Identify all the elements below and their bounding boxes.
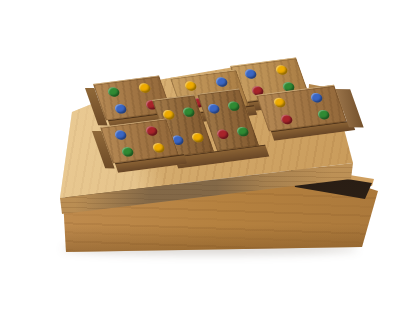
domino-dot-green	[181, 107, 195, 118]
domino-dot-blue	[113, 103, 127, 114]
domino-dot-green	[120, 146, 134, 157]
domino-dot-yellow	[138, 83, 152, 94]
domino-dot-blue	[215, 77, 229, 88]
domino-dot-red	[279, 114, 293, 125]
domino-dot-yellow	[151, 142, 165, 153]
domino-dot-yellow	[191, 132, 205, 143]
domino-dot-blue	[244, 69, 258, 80]
domino-tile	[100, 118, 179, 163]
domino-dot-green	[107, 87, 121, 98]
domino-dot-yellow	[275, 65, 289, 76]
domino-tiles-layer	[0, 0, 416, 312]
domino-dot-yellow	[184, 81, 198, 92]
domino-dot-red	[145, 126, 159, 137]
domino-dot-yellow	[273, 97, 287, 108]
domino-dot-green	[236, 126, 250, 137]
domino-dot-green	[316, 109, 330, 120]
domino-dot-blue	[206, 103, 220, 114]
domino-dot-red	[216, 129, 230, 140]
product-photo-scene	[0, 0, 416, 312]
domino-dot-blue	[309, 93, 323, 104]
domino-dot-green	[226, 101, 240, 112]
domino-dot-blue	[114, 130, 128, 141]
